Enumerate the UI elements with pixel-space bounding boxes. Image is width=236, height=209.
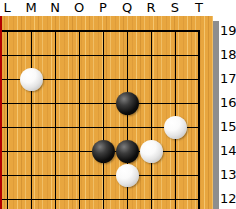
column-label-M: M (21, 0, 41, 15)
row-label-19: 19 (220, 23, 236, 39)
grid-line-col-P (103, 30, 104, 209)
go-stone-black-Q16[interactable] (116, 92, 139, 115)
row-labels: 1918171615141312 (220, 0, 236, 209)
row-label-18: 18 (220, 47, 236, 63)
cut-edge-marker (0, 16, 2, 209)
column-label-T: T (189, 0, 209, 15)
grid-line-row-18 (0, 55, 200, 56)
row-label-14: 14 (220, 143, 236, 159)
column-label-P: P (93, 0, 113, 15)
go-stone-white-M17[interactable] (20, 68, 43, 91)
grid-line-row-12 (0, 199, 200, 200)
grid-line-col-O (79, 30, 80, 209)
board-right-shadow (213, 21, 219, 209)
row-label-17: 17 (220, 71, 236, 87)
go-stone-black-Q14[interactable] (116, 140, 139, 163)
grid-line-col-R (151, 30, 152, 209)
column-label-Q: Q (117, 0, 137, 15)
go-stone-black-P14[interactable] (92, 140, 115, 163)
go-board-viewport: LMNOPQRST 1918171615141312 (0, 0, 236, 209)
grid-line-row-19 (0, 30, 200, 32)
grid-line-row-13 (0, 175, 200, 176)
go-stone-white-Q13[interactable] (116, 164, 139, 187)
go-stone-white-S15[interactable] (164, 116, 187, 139)
go-stone-white-R14[interactable] (140, 140, 163, 163)
grid-line-col-T (198, 30, 200, 209)
row-label-12: 12 (220, 191, 236, 207)
row-label-13: 13 (220, 167, 236, 183)
column-label-N: N (45, 0, 65, 15)
column-label-O: O (69, 0, 89, 15)
column-labels: LMNOPQRST (0, 0, 236, 16)
row-label-16: 16 (220, 95, 236, 111)
column-label-R: R (141, 0, 161, 15)
column-label-S: S (165, 0, 185, 15)
grid-line-col-N (55, 30, 56, 209)
grid-line-row-16 (0, 103, 200, 104)
row-label-15: 15 (220, 119, 236, 135)
grid-line-col-L (7, 30, 8, 209)
go-board[interactable] (0, 16, 213, 209)
column-label-L: L (0, 0, 17, 15)
grid-line-col-M (31, 30, 32, 209)
